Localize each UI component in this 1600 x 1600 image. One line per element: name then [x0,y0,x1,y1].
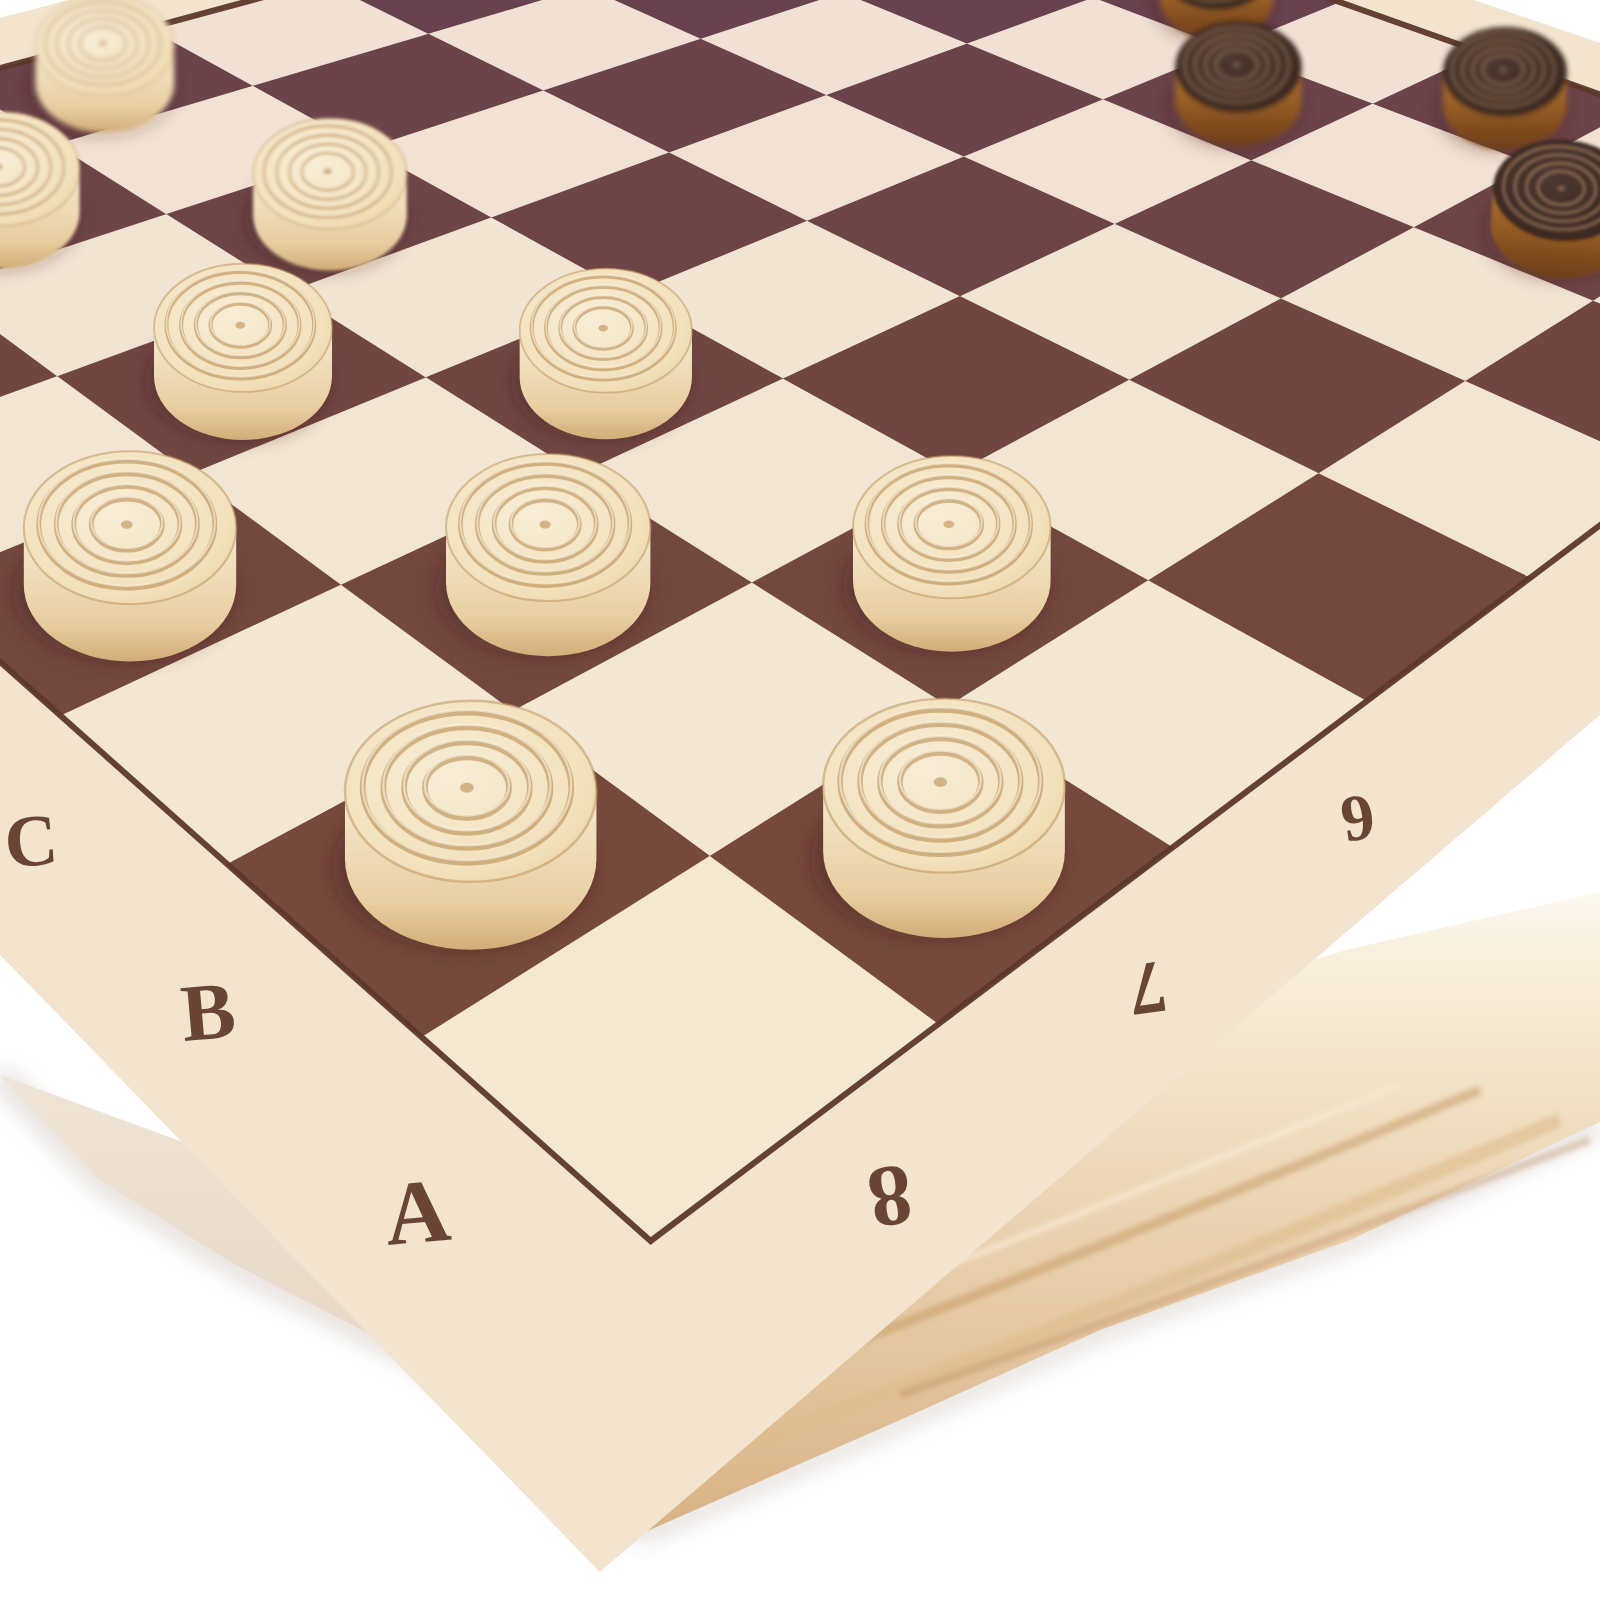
piece-ring-center [99,41,107,46]
piece-black-d2 [1169,22,1301,147]
piece-white-h6 [29,0,174,133]
piece-white-b8 [332,701,596,951]
piece-white-d8 [13,451,236,662]
piece-ring-center [598,325,607,332]
piece-ring-center [1233,63,1240,68]
piece-black-c1 [1437,27,1566,149]
piece-white-e7 [145,264,332,441]
piece-ring-center [235,322,245,329]
piece-ring-center [934,777,947,787]
piece-ring-center [460,783,474,793]
piece-white-f6 [246,118,407,270]
file-label-B: B [178,965,239,1058]
file-label-C: C [1,798,61,883]
piece-ring-center [1500,68,1507,73]
piece-ring-center [121,520,133,528]
file-label-A: A [381,1160,455,1265]
piece-ring-center [540,521,551,529]
checkers-board: ABC876 [0,0,1600,1600]
photo-scene: Angled close-up photo of a folding woode… [0,0,1600,1600]
piece-white-d6 [511,269,692,440]
piece-ring-center [323,168,331,174]
piece-white-b6 [843,456,1051,652]
piece-white-a7 [811,699,1065,939]
piece-white-c7 [436,454,651,657]
piece-ring-center [943,520,954,528]
